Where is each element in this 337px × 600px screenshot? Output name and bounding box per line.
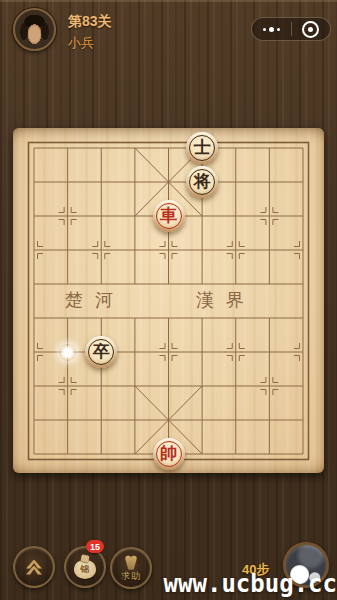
hint-bag-icon: 锦 [74,560,96,579]
player-avatar[interactable] [13,8,56,51]
bag-character: 锦 [81,563,90,576]
piece-black-general[interactable]: 将 [186,166,218,198]
piece-black-advisor[interactable]: 士 [186,132,218,164]
praying-hands-icon [125,556,137,570]
app-screen: 第83关 小兵 楚河 漢界 士将車卒帥 锦 15 求助 40步 [0,0,337,600]
piece-red-general[interactable]: 帥 [153,438,185,470]
wechat-capsule [251,17,331,41]
record-circle-icon [302,21,319,38]
level-title: 第83关 [68,13,112,31]
piece-glyph: 士 [189,135,215,161]
piece-red-chariot[interactable]: 車 [153,200,185,232]
watermark: www.ucbug.cc [164,570,337,598]
ask-help-button[interactable]: 求助 [110,547,152,589]
ellipsis-icon [263,27,280,32]
close-minimize-button[interactable] [292,18,331,40]
pieces-layer: 士将車卒帥 [17,131,320,471]
piece-glyph: 卒 [88,339,114,365]
collapse-menu-button[interactable] [13,546,55,588]
xiangqi-board: 楚河 漢界 士将車卒帥 [13,128,324,473]
more-menu-button[interactable] [252,18,291,40]
piece-glyph: 車 [156,203,182,229]
player-rank: 小兵 [68,34,94,52]
help-button-label: 求助 [121,570,141,583]
piece-glyph: 将 [189,169,215,195]
piece-glyph: 帥 [156,441,182,467]
piece-black-soldier[interactable]: 卒 [85,336,117,368]
move-highlight-dot[interactable] [59,344,76,361]
hint-count-badge: 15 [86,540,104,553]
